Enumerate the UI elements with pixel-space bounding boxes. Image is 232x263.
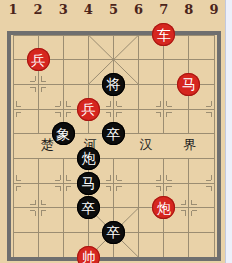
- piece-red-general[interactable]: 帅: [77, 246, 100, 263]
- piece-black-cannon[interactable]: 炮: [77, 147, 100, 170]
- piece-red-chariot[interactable]: 车: [152, 23, 175, 46]
- piece-black-general[interactable]: 将: [102, 73, 125, 96]
- xiangqi-board-screen: 123456789 楚 河 汉 界 车兵将马兵象卒炮马卒炮卒帅: [0, 0, 232, 263]
- piece-red-pawn[interactable]: 兵: [77, 98, 100, 121]
- piece-red-pawn[interactable]: 兵: [27, 48, 50, 71]
- piece-black-pawn[interactable]: 卒: [102, 122, 125, 145]
- piece-black-pawn[interactable]: 卒: [102, 221, 125, 244]
- window-edge: [225, 0, 232, 263]
- piece-red-horse[interactable]: 马: [177, 73, 200, 96]
- piece-black-elephant[interactable]: 象: [52, 122, 75, 145]
- board: 车兵将马兵象卒炮马卒炮卒帅: [0, 23, 226, 263]
- piece-black-pawn[interactable]: 卒: [77, 196, 100, 219]
- piece-red-cannon[interactable]: 炮: [152, 196, 175, 219]
- piece-black-horse[interactable]: 马: [77, 172, 100, 195]
